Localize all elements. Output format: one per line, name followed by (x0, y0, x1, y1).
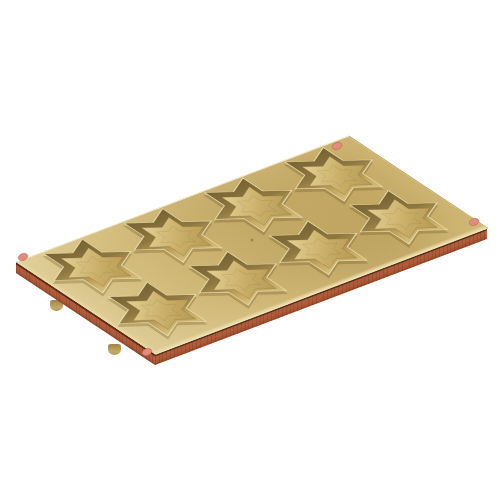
product-photo-scene (0, 0, 500, 500)
mold-foot (108, 344, 121, 355)
